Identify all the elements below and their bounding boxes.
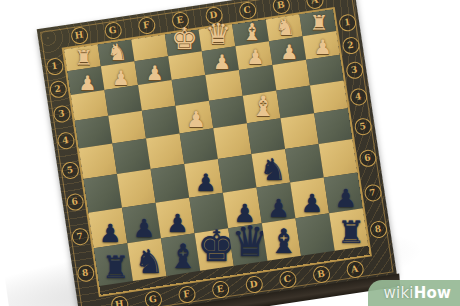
coordinate-label-F: F — [177, 284, 196, 303]
coordinate-label-1: 1 — [337, 13, 356, 32]
wikihow-watermark-wiki: wiki — [384, 284, 414, 302]
black-pawn-h7[interactable]: ♟ — [99, 221, 121, 246]
coordinate-label-2: 2 — [48, 80, 67, 99]
chess-board: HGFEDCBA HGFEDCBA 12345678 12345678 ♜♞♚♛… — [37, 0, 397, 306]
square-b7[interactable]: ♟ — [290, 178, 329, 219]
white-knight-b1[interactable]: ♞ — [275, 16, 296, 39]
white-bishop-c4[interactable]: ♝ — [251, 93, 276, 121]
coordinate-label-7: 7 — [363, 183, 382, 202]
white-knight-g1[interactable]: ♞ — [107, 41, 128, 64]
coordinate-label-3: 3 — [345, 61, 364, 80]
chess-board-scene: HGFEDCBA HGFEDCBA 12345678 12345678 ♜♞♚♛… — [37, 0, 400, 306]
coordinate-label-8: 8 — [368, 220, 387, 239]
black-bishop-f8[interactable]: ♝ — [168, 239, 198, 273]
white-pawn-h2[interactable]: ♟ — [78, 73, 96, 93]
black-pawn-b7[interactable]: ♟ — [301, 191, 323, 216]
coordinate-label-3: 3 — [52, 104, 71, 123]
coordinate-label-2: 2 — [341, 36, 360, 55]
square-b8[interactable] — [295, 213, 334, 256]
coordinate-label-5: 5 — [353, 117, 372, 136]
coordinate-label-C: C — [278, 269, 297, 288]
square-a7[interactable]: ♟ — [324, 173, 363, 214]
coordinate-label-C: C — [237, 0, 256, 19]
square-e8[interactable]: ♚ — [195, 228, 234, 271]
square-b5[interactable] — [281, 113, 319, 149]
square-d6[interactable] — [218, 154, 257, 193]
coordinate-label-B: B — [311, 264, 330, 283]
coordinate-label-G: G — [143, 289, 162, 306]
white-pawn-g2[interactable]: ♟ — [112, 68, 130, 88]
black-pawn-e6[interactable]: ♟ — [195, 171, 217, 195]
coordinate-label-7: 7 — [70, 227, 89, 246]
square-g7[interactable]: ♟ — [122, 203, 161, 244]
black-pawn-g7[interactable]: ♟ — [133, 216, 155, 241]
coordinate-label-H: H — [69, 26, 88, 45]
square-c6[interactable]: ♞ — [251, 149, 290, 188]
coordinate-label-4: 4 — [56, 131, 75, 150]
coordinate-label-6: 6 — [358, 149, 377, 168]
coordinate-label-F: F — [137, 15, 156, 34]
black-pawn-f7[interactable]: ♟ — [166, 211, 188, 236]
square-a8[interactable]: ♜ — [329, 208, 368, 251]
black-bishop-c8[interactable]: ♝ — [269, 224, 299, 258]
white-rook-a1[interactable]: ♜ — [310, 13, 329, 34]
square-g6[interactable] — [117, 169, 156, 208]
white-queen-d1[interactable]: ♛ — [205, 20, 231, 49]
square-h8[interactable]: ♜ — [94, 243, 133, 286]
white-pawn-c2[interactable]: ♟ — [247, 47, 265, 67]
black-pawn-a7[interactable]: ♟ — [334, 186, 356, 211]
white-pawn-b2[interactable]: ♟ — [280, 42, 298, 62]
black-rook-a8[interactable]: ♜ — [337, 217, 365, 248]
coordinate-label-1: 1 — [45, 57, 64, 76]
coordinate-label-6: 6 — [65, 192, 84, 211]
coordinate-label-4: 4 — [349, 87, 368, 106]
coordinate-label-G: G — [103, 20, 122, 39]
square-f7[interactable]: ♟ — [156, 198, 195, 239]
black-knight-c6[interactable]: ♞ — [260, 155, 287, 185]
coordinate-label-E: E — [210, 279, 229, 298]
white-rook-h1[interactable]: ♜ — [74, 48, 93, 69]
board-squares: ♜♞♚♛♝♞♜♟♟♟♟♟♟♟♟♝♟♞♟♟♟♟♟♟♟♜♞♝♚♛♝♜ — [64, 9, 370, 294]
black-rook-h8[interactable]: ♜ — [102, 252, 130, 283]
coordinate-label-B: B — [271, 0, 290, 15]
square-h7[interactable]: ♟ — [88, 208, 127, 249]
coordinate-label-D: D — [244, 274, 263, 293]
square-h6[interactable] — [83, 174, 122, 213]
square-f5[interactable] — [146, 133, 184, 169]
wikihow-watermark-how: How — [414, 284, 451, 302]
coordinate-label-H: H — [110, 295, 129, 306]
white-king-e1[interactable]: ♚ — [171, 24, 198, 54]
square-e5[interactable] — [180, 128, 218, 164]
square-d8[interactable]: ♛ — [228, 223, 267, 266]
square-f8[interactable]: ♝ — [161, 233, 200, 276]
square-a5[interactable] — [314, 108, 352, 144]
square-b6[interactable] — [285, 144, 324, 183]
square-g5[interactable] — [112, 138, 150, 174]
coordinate-label-A: A — [345, 259, 364, 278]
coordinate-label-8: 8 — [76, 264, 95, 283]
square-f6[interactable] — [151, 164, 190, 203]
square-c5[interactable] — [247, 118, 285, 154]
square-a6[interactable] — [319, 139, 358, 178]
square-h5[interactable] — [79, 143, 117, 179]
white-pawn-a2[interactable]: ♟ — [314, 37, 332, 57]
square-d5[interactable] — [213, 123, 251, 159]
black-knight-g8[interactable]: ♞ — [135, 245, 165, 278]
black-pawn-c7[interactable]: ♟ — [267, 196, 289, 221]
square-c8[interactable]: ♝ — [262, 218, 301, 261]
coordinate-label-A: A — [305, 0, 324, 10]
white-pawn-e4[interactable]: ♟ — [186, 109, 206, 131]
wikihow-watermark: wikiHow — [368, 280, 460, 306]
square-e6[interactable]: ♟ — [184, 159, 223, 198]
white-pawn-d2[interactable]: ♟ — [213, 52, 231, 72]
coordinate-label-5: 5 — [60, 160, 79, 179]
square-g8[interactable]: ♞ — [127, 238, 166, 281]
white-pawn-f2[interactable]: ♟ — [146, 63, 164, 83]
white-bishop-c1[interactable]: ♝ — [242, 21, 263, 44]
